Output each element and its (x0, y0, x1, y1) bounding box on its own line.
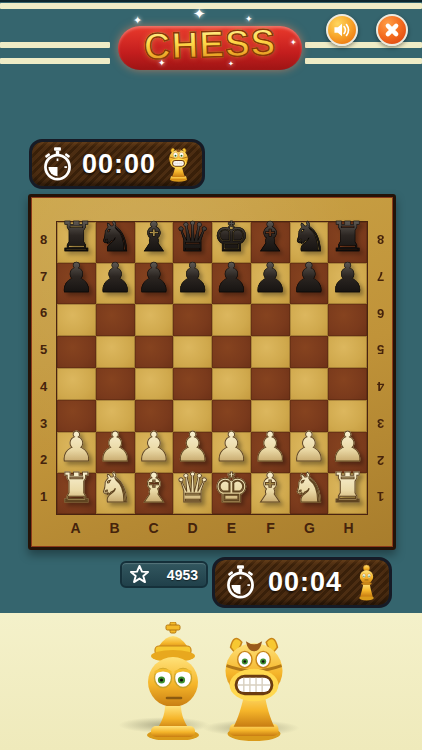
square-b7[interactable]: ♟ (96, 263, 135, 304)
sound-button[interactable] (326, 14, 358, 46)
piece-white-pawn-e2: ♟ (213, 427, 250, 468)
rank-label-1: 1 (31, 478, 56, 515)
square-a2[interactable]: ♟ (57, 432, 96, 473)
square-h5[interactable] (328, 336, 367, 368)
square-e7[interactable]: ♟ (212, 263, 251, 304)
square-g7[interactable]: ♟ (290, 263, 329, 304)
square-c2[interactable]: ♟ (135, 432, 174, 473)
square-d5[interactable] (173, 336, 212, 368)
piece-white-knight-g1: ♞ (290, 468, 327, 509)
square-a7[interactable]: ♟ (57, 263, 96, 304)
square-b3[interactable] (96, 400, 135, 432)
piece-black-king-e8: ♚ (213, 217, 250, 258)
square-f7[interactable]: ♟ (251, 263, 290, 304)
header-stripe (305, 58, 422, 64)
piece-white-pawn-d2: ♟ (174, 427, 211, 468)
square-e8[interactable]: ♚ (212, 222, 251, 263)
square-g2[interactable]: ♟ (290, 432, 329, 473)
square-b8[interactable]: ♞ (96, 222, 135, 263)
square-b5[interactable] (96, 336, 135, 368)
file-label-f: F (251, 515, 290, 547)
square-d1[interactable]: ♛ (173, 473, 212, 514)
piece-white-pawn-a2: ♟ (58, 427, 95, 468)
piece-black-pawn-c7: ♟ (135, 258, 172, 299)
piece-white-pawn-c2: ♟ (135, 427, 172, 468)
file-label-a: A (56, 515, 95, 547)
sparkle-icon: ✦ (133, 14, 142, 27)
sparkle-icon: ✦ (228, 60, 234, 68)
rank-label-3: 3 (368, 405, 393, 442)
square-e6[interactable] (212, 304, 251, 336)
piece-white-bishop-f1: ♝ (252, 468, 289, 509)
square-h2[interactable]: ♟ (328, 432, 367, 473)
rank-label-2: 2 (368, 442, 393, 479)
rank-label-6: 6 (368, 295, 393, 332)
piece-white-pawn-b2: ♟ (97, 427, 134, 468)
square-f6[interactable] (251, 304, 290, 336)
piece-black-rook-h8: ♜ (329, 217, 366, 258)
piece-black-pawn-g7: ♟ (290, 258, 327, 299)
piece-white-bishop-c1: ♝ (135, 468, 172, 509)
header-stripe (305, 42, 422, 48)
header-stripe (0, 42, 110, 48)
rank-label-4: 4 (31, 368, 56, 405)
stopwatch-icon (42, 146, 73, 183)
board-squares: ♜♞♝♛♚♝♞♜♟♟♟♟♟♟♟♟♟♟♟♟♟♟♟♟♜♞♝♛♚♝♞♜ (56, 221, 368, 515)
square-e1[interactable]: ♚ (212, 473, 251, 514)
piece-black-knight-g8: ♞ (290, 217, 327, 258)
chess-board: 87654321 87654321 ABCDEFGH ♜♞♝♛♚♝♞♜♟♟♟♟♟… (28, 194, 396, 550)
piece-white-king-e1: ♚ (213, 468, 250, 509)
square-a4[interactable] (57, 368, 96, 400)
square-c5[interactable] (135, 336, 174, 368)
star-icon (130, 565, 149, 584)
square-f4[interactable] (251, 368, 290, 400)
square-h8[interactable]: ♜ (328, 222, 367, 263)
square-h6[interactable] (328, 304, 367, 336)
square-g3[interactable] (290, 400, 329, 432)
square-e5[interactable] (212, 336, 251, 368)
score-value: 4953 (149, 567, 198, 583)
white-timer-value: 00:04 (256, 567, 354, 598)
piece-black-knight-b8: ♞ (97, 217, 134, 258)
piece-black-pawn-d7: ♟ (174, 258, 211, 299)
header-stripe (0, 58, 110, 64)
square-g6[interactable] (290, 304, 329, 336)
footer-panel (0, 613, 422, 750)
piece-white-rook-h1: ♜ (329, 468, 366, 509)
pawn-mascot-icon (354, 564, 379, 601)
square-f2[interactable]: ♟ (251, 432, 290, 473)
speaker-icon (331, 19, 353, 41)
square-b4[interactable] (96, 368, 135, 400)
square-g4[interactable] (290, 368, 329, 400)
piece-white-rook-a1: ♜ (58, 468, 95, 509)
square-c4[interactable] (135, 368, 174, 400)
file-label-b: B (95, 515, 134, 547)
square-d4[interactable] (173, 368, 212, 400)
stopwatch-icon (225, 564, 256, 601)
square-a5[interactable] (57, 336, 96, 368)
square-g1[interactable]: ♞ (290, 473, 329, 514)
piece-white-pawn-h2: ♟ (329, 427, 366, 468)
file-label-e: E (212, 515, 251, 547)
file-label-h: H (329, 515, 368, 547)
square-e4[interactable] (212, 368, 251, 400)
square-d3[interactable] (173, 400, 212, 432)
square-a8[interactable]: ♜ (57, 222, 96, 263)
sparkle-icon: ✦ (290, 38, 297, 47)
piece-white-knight-b1: ♞ (97, 468, 134, 509)
rank-label-6: 6 (31, 295, 56, 332)
rank-label-7: 7 (31, 258, 56, 295)
square-a1[interactable]: ♜ (57, 473, 96, 514)
white-player-timer-panel: 00:04 (212, 557, 392, 608)
piece-black-rook-a8: ♜ (58, 217, 95, 258)
rank-labels-right: 87654321 (368, 221, 393, 515)
rank-label-3: 3 (31, 405, 56, 442)
square-h3[interactable] (328, 400, 367, 432)
sparkle-icon: ✦ (193, 5, 206, 23)
piece-black-pawn-f7: ♟ (252, 258, 289, 299)
knight-mascot-icon (165, 146, 192, 182)
piece-white-pawn-f2: ♟ (252, 427, 289, 468)
file-label-d: D (173, 515, 212, 547)
rank-label-8: 8 (368, 221, 393, 258)
square-a6[interactable] (57, 304, 96, 336)
piece-white-queen-d1: ♛ (174, 468, 211, 509)
chess-app-screen: CHESS ✦ ✦ ✦ ✦ ✦ ✦ (0, 0, 422, 750)
piece-black-bishop-c8: ♝ (135, 217, 172, 258)
square-a3[interactable] (57, 400, 96, 432)
close-button[interactable] (376, 14, 408, 46)
piece-black-pawn-b7: ♟ (97, 258, 134, 299)
square-c1[interactable]: ♝ (135, 473, 174, 514)
square-g8[interactable]: ♞ (290, 222, 329, 263)
square-f1[interactable]: ♝ (251, 473, 290, 514)
black-player-timer-panel: 00:00 (29, 139, 205, 189)
piece-black-pawn-a7: ♟ (58, 258, 95, 299)
square-b6[interactable] (96, 304, 135, 336)
square-b1[interactable]: ♞ (96, 473, 135, 514)
header-stripe (0, 3, 422, 9)
square-e2[interactable]: ♟ (212, 432, 251, 473)
rank-label-8: 8 (31, 221, 56, 258)
sparkle-icon: ✦ (245, 14, 253, 24)
rank-label-5: 5 (368, 331, 393, 368)
rank-label-4: 4 (368, 368, 393, 405)
square-d6[interactable] (173, 304, 212, 336)
square-h4[interactable] (328, 368, 367, 400)
header-top-line (0, 0, 422, 2)
square-b2[interactable]: ♟ (96, 432, 135, 473)
piece-black-pawn-h7: ♟ (329, 258, 366, 299)
piece-black-bishop-f8: ♝ (252, 217, 289, 258)
square-d2[interactable]: ♟ (173, 432, 212, 473)
square-f5[interactable] (251, 336, 290, 368)
square-f3[interactable] (251, 400, 290, 432)
piece-black-queen-d8: ♛ (174, 217, 211, 258)
sparkle-icon: ✦ (158, 58, 166, 68)
square-c7[interactable]: ♟ (135, 263, 174, 304)
piece-white-pawn-g2: ♟ (290, 427, 327, 468)
app-logo: CHESS (118, 26, 302, 70)
square-g5[interactable] (290, 336, 329, 368)
knight-mascot (214, 632, 294, 746)
square-h1[interactable]: ♜ (328, 473, 367, 514)
score-badge: 4953 (120, 561, 208, 588)
piece-black-pawn-e7: ♟ (213, 258, 250, 299)
square-c8[interactable]: ♝ (135, 222, 174, 263)
rank-labels-left: 87654321 (31, 221, 56, 515)
square-f8[interactable]: ♝ (251, 222, 290, 263)
rank-label-5: 5 (31, 331, 56, 368)
black-timer-value: 00:00 (73, 149, 165, 180)
square-d8[interactable]: ♛ (173, 222, 212, 263)
square-c6[interactable] (135, 304, 174, 336)
rank-label-2: 2 (31, 442, 56, 479)
square-h7[interactable]: ♟ (328, 263, 367, 304)
rank-label-1: 1 (368, 478, 393, 515)
file-label-c: C (134, 515, 173, 547)
rank-label-7: 7 (368, 258, 393, 295)
king-mascot (136, 622, 210, 744)
square-d7[interactable]: ♟ (173, 263, 212, 304)
close-icon (381, 19, 403, 41)
square-e3[interactable] (212, 400, 251, 432)
file-labels: ABCDEFGH (56, 515, 368, 547)
file-label-g: G (290, 515, 329, 547)
square-c3[interactable] (135, 400, 174, 432)
